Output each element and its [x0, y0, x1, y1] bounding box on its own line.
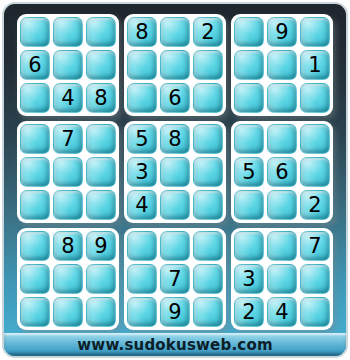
cell-r4c2[interactable]: 7 [53, 124, 83, 154]
cell-r9c3[interactable] [86, 297, 116, 327]
cell-r2c3[interactable] [86, 50, 116, 80]
cell-r6c7[interactable] [234, 190, 264, 220]
cell-r7c2[interactable]: 8 [53, 231, 83, 261]
box-2-3: 562 [231, 121, 333, 223]
cell-r5c4[interactable]: 3 [127, 157, 157, 187]
cell-r9c4[interactable] [127, 297, 157, 327]
cell-r2c5[interactable] [160, 50, 190, 80]
cell-r7c8[interactable] [267, 231, 297, 261]
cell-r5c8[interactable]: 6 [267, 157, 297, 187]
cell-r8c6[interactable] [193, 264, 223, 294]
cell-r3c4[interactable] [127, 83, 157, 113]
cell-r9c7[interactable]: 2 [234, 297, 264, 327]
cell-r5c2[interactable] [53, 157, 83, 187]
cell-r2c1[interactable]: 6 [20, 50, 50, 80]
cell-r3c5[interactable]: 6 [160, 83, 190, 113]
cell-r7c5[interactable] [160, 231, 190, 261]
box-3-1: 89 [17, 228, 119, 330]
cell-r2c4[interactable] [127, 50, 157, 80]
box-3-2: 79 [124, 228, 226, 330]
cell-r7c7[interactable] [234, 231, 264, 261]
cell-r3c7[interactable] [234, 83, 264, 113]
cell-r6c4[interactable]: 4 [127, 190, 157, 220]
cell-r7c1[interactable] [20, 231, 50, 261]
cell-r6c1[interactable] [20, 190, 50, 220]
cell-r3c6[interactable] [193, 83, 223, 113]
cell-r6c9[interactable]: 2 [300, 190, 330, 220]
cell-r1c8[interactable]: 9 [267, 17, 297, 47]
cell-r6c8[interactable] [267, 190, 297, 220]
cell-r1c1[interactable] [20, 17, 50, 47]
cell-r4c1[interactable] [20, 124, 50, 154]
cell-r8c1[interactable] [20, 264, 50, 294]
cell-r7c9[interactable]: 7 [300, 231, 330, 261]
cell-r4c3[interactable] [86, 124, 116, 154]
cell-r5c7[interactable]: 5 [234, 157, 264, 187]
cell-r6c3[interactable] [86, 190, 116, 220]
cell-r3c9[interactable] [300, 83, 330, 113]
cell-r2c8[interactable] [267, 50, 297, 80]
cell-r1c6[interactable]: 2 [193, 17, 223, 47]
cell-r2c2[interactable] [53, 50, 83, 80]
cell-r9c2[interactable] [53, 297, 83, 327]
cell-r1c4[interactable]: 8 [127, 17, 157, 47]
footer-bar: www.sudokusweb.com [4, 333, 346, 356]
cell-r4c5[interactable]: 8 [160, 124, 190, 154]
cell-r6c5[interactable] [160, 190, 190, 220]
cell-r7c4[interactable] [127, 231, 157, 261]
cell-r4c7[interactable] [234, 124, 264, 154]
box-2-2: 5834 [124, 121, 226, 223]
cell-r8c4[interactable] [127, 264, 157, 294]
cell-r9c5[interactable]: 9 [160, 297, 190, 327]
cell-r9c8[interactable]: 4 [267, 297, 297, 327]
box-1-1: 648 [17, 14, 119, 116]
cell-r1c5[interactable] [160, 17, 190, 47]
cell-r2c6[interactable] [193, 50, 223, 80]
cell-r4c9[interactable] [300, 124, 330, 154]
cell-r1c2[interactable] [53, 17, 83, 47]
cell-r5c1[interactable] [20, 157, 50, 187]
cell-r8c5[interactable]: 7 [160, 264, 190, 294]
cell-r9c6[interactable] [193, 297, 223, 327]
cell-r4c8[interactable] [267, 124, 297, 154]
cell-r3c8[interactable] [267, 83, 297, 113]
cell-r5c5[interactable] [160, 157, 190, 187]
cell-r5c3[interactable] [86, 157, 116, 187]
cell-r1c3[interactable] [86, 17, 116, 47]
cell-r3c1[interactable] [20, 83, 50, 113]
box-2-1: 7 [17, 121, 119, 223]
cell-r3c3[interactable]: 8 [86, 83, 116, 113]
box-1-2: 826 [124, 14, 226, 116]
cell-r8c7[interactable]: 3 [234, 264, 264, 294]
cell-r4c6[interactable] [193, 124, 223, 154]
cell-r2c7[interactable] [234, 50, 264, 80]
play-area: 648826917583456289797324 [4, 4, 346, 333]
box-1-3: 91 [231, 14, 333, 116]
cell-r9c9[interactable] [300, 297, 330, 327]
cell-r7c3[interactable]: 9 [86, 231, 116, 261]
cell-r7c6[interactable] [193, 231, 223, 261]
cell-r6c2[interactable] [53, 190, 83, 220]
cell-r5c9[interactable] [300, 157, 330, 187]
cell-r1c9[interactable] [300, 17, 330, 47]
cell-r6c6[interactable] [193, 190, 223, 220]
cell-r8c9[interactable] [300, 264, 330, 294]
cell-r1c7[interactable] [234, 17, 264, 47]
box-3-3: 7324 [231, 228, 333, 330]
cell-r5c6[interactable] [193, 157, 223, 187]
sudoku-grid: 648826917583456289797324 [17, 14, 333, 330]
sudoku-board: 648826917583456289797324 www.sudokusweb.… [2, 2, 348, 358]
cell-r8c8[interactable] [267, 264, 297, 294]
cell-r4c4[interactable]: 5 [127, 124, 157, 154]
cell-r8c3[interactable] [86, 264, 116, 294]
cell-r8c2[interactable] [53, 264, 83, 294]
site-url-link[interactable]: www.sudokusweb.com [77, 336, 272, 354]
cell-r2c9[interactable]: 1 [300, 50, 330, 80]
cell-r9c1[interactable] [20, 297, 50, 327]
cell-r3c2[interactable]: 4 [53, 83, 83, 113]
